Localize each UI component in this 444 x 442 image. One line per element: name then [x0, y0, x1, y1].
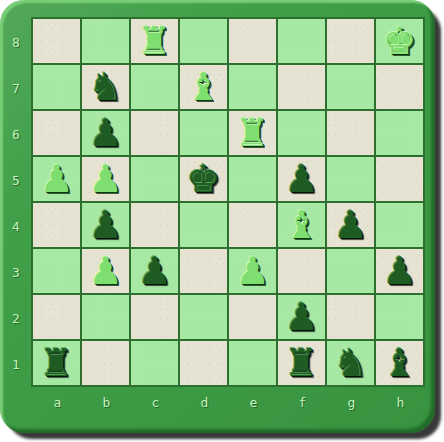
page-background: 8 7 6 5 4 3 2 1 ♜♚♞♝♟♜♟♟♚♟♟♝♟♟♟♟♟♟♜♜♞♝ a… — [0, 0, 444, 442]
square-a2[interactable] — [33, 295, 80, 339]
square-a5[interactable]: ♟ — [33, 157, 80, 201]
square-b7[interactable]: ♞ — [82, 65, 129, 109]
square-h8[interactable]: ♚ — [376, 19, 423, 63]
rank-labels: 8 7 6 5 4 3 2 1 — [5, 19, 27, 387]
square-e1[interactable] — [229, 341, 276, 385]
square-a4[interactable] — [33, 203, 80, 247]
square-h3[interactable]: ♟ — [376, 249, 423, 293]
square-a3[interactable] — [33, 249, 80, 293]
square-c5[interactable] — [131, 157, 178, 201]
square-d5[interactable]: ♚ — [180, 157, 227, 201]
square-g1[interactable]: ♞ — [327, 341, 374, 385]
square-f8[interactable] — [278, 19, 325, 63]
square-d7[interactable]: ♝ — [180, 65, 227, 109]
square-b3[interactable]: ♟ — [82, 249, 129, 293]
file-label-f: f — [278, 392, 327, 412]
square-g6[interactable] — [327, 111, 374, 155]
square-c3[interactable]: ♟ — [131, 249, 178, 293]
square-f6[interactable] — [278, 111, 325, 155]
rank-label-4: 4 — [5, 203, 27, 249]
piece-white-rook[interactable]: ♜ — [137, 19, 171, 63]
rank-label-5: 5 — [5, 157, 27, 203]
square-b1[interactable] — [82, 341, 129, 385]
square-e7[interactable] — [229, 65, 276, 109]
file-label-h: h — [376, 392, 425, 412]
file-labels: a b c d e f g h — [33, 392, 425, 412]
piece-black-bishop[interactable]: ♝ — [382, 341, 416, 385]
square-g2[interactable] — [327, 295, 374, 339]
square-g8[interactable] — [327, 19, 374, 63]
piece-white-king[interactable]: ♚ — [382, 19, 416, 63]
square-a7[interactable] — [33, 65, 80, 109]
piece-black-pawn[interactable]: ♟ — [88, 203, 122, 247]
square-d2[interactable] — [180, 295, 227, 339]
piece-white-bishop[interactable]: ♝ — [284, 203, 318, 247]
square-a8[interactable] — [33, 19, 80, 63]
square-f1[interactable]: ♜ — [278, 341, 325, 385]
board-frame: 8 7 6 5 4 3 2 1 ♜♚♞♝♟♜♟♟♚♟♟♝♟♟♟♟♟♟♜♜♞♝ a… — [0, 0, 435, 433]
square-g3[interactable] — [327, 249, 374, 293]
square-b5[interactable]: ♟ — [82, 157, 129, 201]
square-b4[interactable]: ♟ — [82, 203, 129, 247]
piece-black-king[interactable]: ♚ — [186, 157, 220, 201]
square-d4[interactable] — [180, 203, 227, 247]
chess-board: ♜♚♞♝♟♜♟♟♚♟♟♝♟♟♟♟♟♟♜♜♞♝ — [31, 17, 425, 387]
square-h2[interactable] — [376, 295, 423, 339]
file-label-g: g — [327, 392, 376, 412]
file-label-c: c — [131, 392, 180, 412]
piece-black-rook[interactable]: ♜ — [284, 341, 318, 385]
square-h1[interactable]: ♝ — [376, 341, 423, 385]
file-label-a: a — [33, 392, 82, 412]
square-f7[interactable] — [278, 65, 325, 109]
rank-label-2: 2 — [5, 295, 27, 341]
square-f4[interactable]: ♝ — [278, 203, 325, 247]
square-g4[interactable]: ♟ — [327, 203, 374, 247]
square-c1[interactable] — [131, 341, 178, 385]
square-e6[interactable]: ♜ — [229, 111, 276, 155]
piece-white-rook[interactable]: ♜ — [235, 111, 269, 155]
square-e5[interactable] — [229, 157, 276, 201]
square-e3[interactable]: ♟ — [229, 249, 276, 293]
square-f5[interactable]: ♟ — [278, 157, 325, 201]
square-b8[interactable] — [82, 19, 129, 63]
square-f3[interactable] — [278, 249, 325, 293]
square-h7[interactable] — [376, 65, 423, 109]
file-label-d: d — [180, 392, 229, 412]
file-label-e: e — [229, 392, 278, 412]
piece-black-pawn[interactable]: ♟ — [382, 249, 416, 293]
piece-black-pawn[interactable]: ♟ — [88, 111, 122, 155]
rank-label-1: 1 — [5, 341, 27, 387]
square-d1[interactable] — [180, 341, 227, 385]
piece-black-pawn[interactable]: ♟ — [284, 157, 318, 201]
square-d6[interactable] — [180, 111, 227, 155]
piece-white-pawn[interactable]: ♟ — [88, 249, 122, 293]
square-g5[interactable] — [327, 157, 374, 201]
square-d3[interactable] — [180, 249, 227, 293]
square-c4[interactable] — [131, 203, 178, 247]
square-c6[interactable] — [131, 111, 178, 155]
square-a6[interactable] — [33, 111, 80, 155]
piece-white-pawn[interactable]: ♟ — [235, 249, 269, 293]
file-label-b: b — [82, 392, 131, 412]
piece-black-rook[interactable]: ♜ — [39, 341, 73, 385]
rank-label-3: 3 — [5, 249, 27, 295]
piece-white-pawn[interactable]: ♟ — [88, 157, 122, 201]
square-a1[interactable]: ♜ — [33, 341, 80, 385]
square-e8[interactable] — [229, 19, 276, 63]
piece-black-pawn[interactable]: ♟ — [333, 203, 367, 247]
square-f2[interactable]: ♟ — [278, 295, 325, 339]
rank-label-7: 7 — [5, 65, 27, 111]
square-e2[interactable] — [229, 295, 276, 339]
square-h5[interactable] — [376, 157, 423, 201]
square-c7[interactable] — [131, 65, 178, 109]
square-g7[interactable] — [327, 65, 374, 109]
piece-white-bishop[interactable]: ♝ — [186, 65, 220, 109]
square-h4[interactable] — [376, 203, 423, 247]
square-b2[interactable] — [82, 295, 129, 339]
piece-black-knight[interactable]: ♞ — [333, 341, 367, 385]
rank-label-8: 8 — [5, 19, 27, 65]
square-h6[interactable] — [376, 111, 423, 155]
piece-black-pawn[interactable]: ♟ — [137, 249, 171, 293]
piece-white-pawn[interactable]: ♟ — [39, 157, 73, 201]
square-d8[interactable] — [180, 19, 227, 63]
rank-label-6: 6 — [5, 111, 27, 157]
piece-black-knight[interactable]: ♞ — [88, 65, 122, 109]
square-b6[interactable]: ♟ — [82, 111, 129, 155]
square-e4[interactable] — [229, 203, 276, 247]
piece-black-pawn[interactable]: ♟ — [284, 295, 318, 339]
square-c8[interactable]: ♜ — [131, 19, 178, 63]
square-c2[interactable] — [131, 295, 178, 339]
